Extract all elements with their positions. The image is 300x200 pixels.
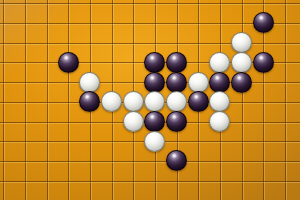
intersection[interactable] (209, 131, 231, 151)
intersection[interactable] (274, 13, 296, 33)
intersection[interactable] (252, 131, 274, 151)
intersection[interactable] (274, 171, 296, 191)
black-stone (209, 72, 230, 93)
intersection[interactable] (79, 13, 101, 33)
intersection[interactable] (166, 0, 188, 13)
intersection[interactable] (252, 92, 274, 112)
intersection[interactable] (144, 13, 166, 33)
intersection[interactable] (0, 171, 14, 191)
intersection[interactable] (0, 13, 14, 33)
intersection[interactable] (209, 151, 231, 171)
intersection[interactable] (274, 131, 296, 151)
intersection[interactable] (231, 72, 253, 92)
intersection[interactable] (122, 72, 144, 92)
intersection[interactable] (0, 131, 14, 151)
intersection-grid (0, 0, 296, 190)
intersection[interactable] (14, 92, 36, 112)
intersection[interactable] (231, 13, 253, 33)
intersection[interactable] (0, 151, 14, 171)
black-stone (144, 111, 165, 132)
intersection[interactable] (101, 13, 123, 33)
intersection[interactable] (79, 53, 101, 73)
intersection[interactable] (166, 112, 188, 132)
intersection[interactable] (187, 13, 209, 33)
intersection[interactable] (231, 151, 253, 171)
intersection[interactable] (0, 112, 14, 132)
intersection[interactable] (231, 171, 253, 191)
intersection[interactable] (209, 112, 231, 132)
intersection[interactable] (252, 72, 274, 92)
intersection[interactable] (144, 33, 166, 53)
intersection[interactable] (36, 171, 58, 191)
intersection[interactable] (0, 72, 14, 92)
intersection[interactable] (36, 151, 58, 171)
intersection[interactable] (122, 13, 144, 33)
intersection[interactable] (166, 13, 188, 33)
black-stone (79, 91, 100, 112)
intersection[interactable] (101, 171, 123, 191)
intersection[interactable] (144, 151, 166, 171)
intersection[interactable] (274, 72, 296, 92)
intersection[interactable] (122, 33, 144, 53)
black-stone (253, 52, 274, 73)
white-stone (231, 52, 252, 73)
intersection[interactable] (79, 171, 101, 191)
intersection[interactable] (144, 112, 166, 132)
intersection[interactable] (79, 112, 101, 132)
intersection[interactable] (231, 92, 253, 112)
intersection[interactable] (57, 33, 79, 53)
intersection[interactable] (144, 0, 166, 13)
white-stone (123, 111, 144, 132)
intersection[interactable] (14, 0, 36, 13)
intersection[interactable] (36, 112, 58, 132)
intersection[interactable] (166, 171, 188, 191)
intersection[interactable] (57, 112, 79, 132)
intersection[interactable] (57, 72, 79, 92)
black-stone (188, 91, 209, 112)
intersection[interactable] (187, 112, 209, 132)
intersection[interactable] (14, 33, 36, 53)
intersection[interactable] (79, 131, 101, 151)
intersection[interactable] (101, 92, 123, 112)
intersection[interactable] (36, 92, 58, 112)
intersection[interactable] (252, 33, 274, 53)
intersection[interactable] (14, 112, 36, 132)
intersection[interactable] (0, 92, 14, 112)
intersection[interactable] (79, 72, 101, 92)
intersection[interactable] (144, 53, 166, 73)
intersection[interactable] (101, 112, 123, 132)
intersection[interactable] (166, 33, 188, 53)
intersection[interactable] (79, 0, 101, 13)
intersection[interactable] (274, 92, 296, 112)
intersection[interactable] (101, 33, 123, 53)
white-stone (209, 91, 230, 112)
intersection[interactable] (274, 53, 296, 73)
intersection[interactable] (209, 171, 231, 191)
gomoku-board[interactable] (0, 0, 300, 200)
intersection[interactable] (101, 72, 123, 92)
intersection[interactable] (0, 0, 14, 13)
intersection[interactable] (122, 0, 144, 13)
intersection[interactable] (144, 171, 166, 191)
intersection[interactable] (57, 171, 79, 191)
intersection[interactable] (252, 151, 274, 171)
intersection[interactable] (14, 53, 36, 73)
intersection[interactable] (187, 92, 209, 112)
intersection[interactable] (209, 33, 231, 53)
black-stone (253, 12, 274, 33)
intersection[interactable] (187, 131, 209, 151)
intersection[interactable] (57, 131, 79, 151)
white-stone (101, 91, 122, 112)
intersection[interactable] (101, 151, 123, 171)
intersection[interactable] (14, 151, 36, 171)
intersection[interactable] (36, 33, 58, 53)
intersection[interactable] (209, 53, 231, 73)
black-stone (58, 52, 79, 73)
intersection[interactable] (144, 72, 166, 92)
intersection[interactable] (209, 92, 231, 112)
white-stone (209, 111, 230, 132)
intersection[interactable] (252, 112, 274, 132)
black-stone (166, 111, 187, 132)
intersection[interactable] (36, 13, 58, 33)
intersection[interactable] (57, 53, 79, 73)
intersection[interactable] (231, 131, 253, 151)
intersection[interactable] (144, 131, 166, 151)
intersection[interactable] (79, 151, 101, 171)
intersection[interactable] (36, 72, 58, 92)
intersection[interactable] (57, 151, 79, 171)
intersection[interactable] (252, 171, 274, 191)
intersection[interactable] (166, 72, 188, 92)
black-stone (166, 72, 187, 93)
intersection[interactable] (101, 131, 123, 151)
intersection[interactable] (187, 72, 209, 92)
intersection[interactable] (122, 151, 144, 171)
intersection[interactable] (252, 53, 274, 73)
white-stone (123, 91, 144, 112)
white-stone (144, 131, 165, 152)
black-stone (166, 150, 187, 171)
intersection[interactable] (252, 0, 274, 13)
black-stone (144, 52, 165, 73)
white-stone (209, 52, 230, 73)
intersection[interactable] (166, 53, 188, 73)
intersection[interactable] (231, 53, 253, 73)
intersection[interactable] (0, 33, 14, 53)
intersection[interactable] (79, 92, 101, 112)
white-stone (166, 91, 187, 112)
intersection[interactable] (122, 53, 144, 73)
intersection[interactable] (0, 53, 14, 73)
white-stone (79, 72, 100, 93)
intersection[interactable] (36, 131, 58, 151)
intersection[interactable] (274, 33, 296, 53)
intersection[interactable] (144, 92, 166, 112)
intersection[interactable] (101, 53, 123, 73)
intersection[interactable] (14, 13, 36, 33)
intersection[interactable] (187, 0, 209, 13)
white-stone (144, 91, 165, 112)
intersection[interactable] (122, 92, 144, 112)
black-stone (231, 72, 252, 93)
black-stone (144, 72, 165, 93)
intersection[interactable] (166, 92, 188, 112)
intersection[interactable] (209, 13, 231, 33)
intersection[interactable] (36, 53, 58, 73)
intersection[interactable] (14, 171, 36, 191)
intersection[interactable] (252, 13, 274, 33)
intersection[interactable] (187, 171, 209, 191)
intersection[interactable] (166, 151, 188, 171)
intersection[interactable] (187, 33, 209, 53)
intersection[interactable] (231, 33, 253, 53)
intersection[interactable] (122, 131, 144, 151)
intersection[interactable] (122, 171, 144, 191)
intersection[interactable] (79, 33, 101, 53)
intersection[interactable] (122, 112, 144, 132)
intersection[interactable] (187, 53, 209, 73)
intersection[interactable] (274, 112, 296, 132)
intersection[interactable] (231, 0, 253, 13)
intersection[interactable] (57, 0, 79, 13)
intersection[interactable] (274, 151, 296, 171)
intersection[interactable] (209, 72, 231, 92)
intersection[interactable] (187, 151, 209, 171)
black-stone (166, 52, 187, 73)
intersection[interactable] (14, 131, 36, 151)
intersection[interactable] (166, 131, 188, 151)
intersection[interactable] (231, 112, 253, 132)
intersection[interactable] (36, 0, 58, 13)
white-stone (231, 32, 252, 53)
intersection[interactable] (101, 0, 123, 13)
intersection[interactable] (274, 0, 296, 13)
intersection[interactable] (209, 0, 231, 13)
intersection[interactable] (14, 72, 36, 92)
intersection[interactable] (57, 13, 79, 33)
intersection[interactable] (57, 92, 79, 112)
white-stone (188, 72, 209, 93)
